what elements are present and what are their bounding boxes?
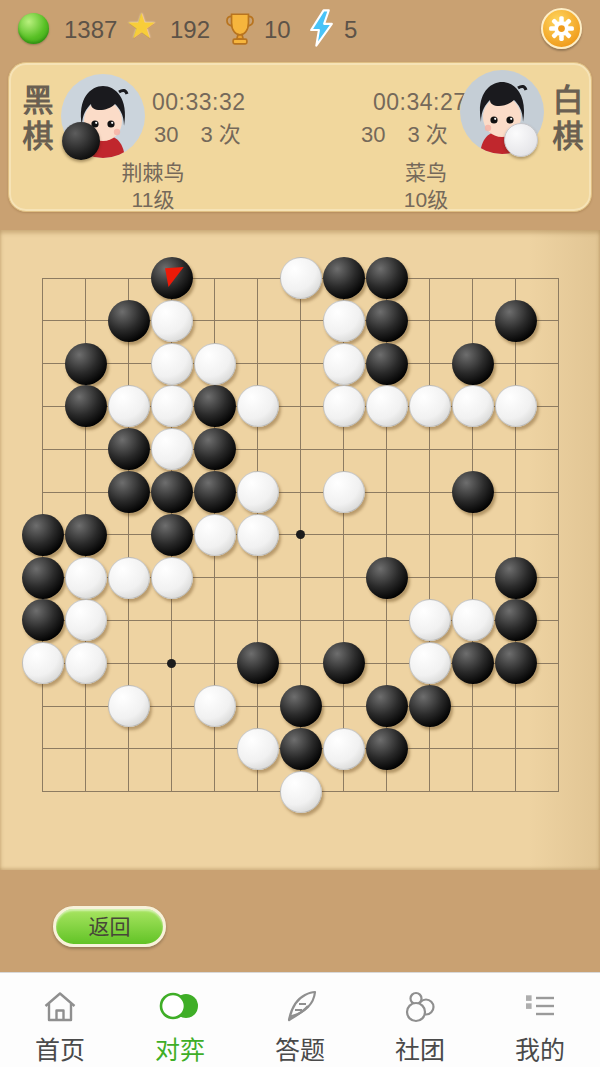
black-player-rank: 11级 bbox=[93, 183, 213, 213]
black-overtime: 303 次 bbox=[154, 116, 241, 148]
stone-white bbox=[151, 343, 193, 385]
nav-item-home[interactable]: 首页 bbox=[0, 973, 120, 1067]
stone-black bbox=[366, 300, 408, 342]
stone-black bbox=[151, 471, 193, 513]
stone-black bbox=[280, 728, 322, 770]
stone-black bbox=[22, 599, 64, 641]
stone-black bbox=[194, 471, 236, 513]
nav-item-quiz[interactable]: 答题 bbox=[240, 973, 360, 1067]
stone-white bbox=[409, 599, 451, 641]
back-button[interactable]: 返回 bbox=[53, 906, 166, 947]
bottom-nav: 首页 对弈 答题 bbox=[0, 972, 600, 1067]
quill-icon bbox=[280, 983, 320, 1029]
stone-white bbox=[108, 385, 150, 427]
white-stone-badge bbox=[504, 123, 538, 157]
stone-white bbox=[65, 557, 107, 599]
home-icon bbox=[40, 983, 80, 1029]
white-player-rank: 10级 bbox=[366, 183, 486, 213]
stone-black bbox=[366, 728, 408, 770]
black-player-name: 荆棘鸟 bbox=[93, 156, 213, 186]
nav-label-home: 首页 bbox=[35, 1030, 85, 1066]
white-side-label: 白棋 bbox=[551, 83, 585, 155]
stone-white bbox=[108, 557, 150, 599]
stone-black bbox=[65, 343, 107, 385]
stone-black bbox=[237, 642, 279, 684]
go-stones-icon bbox=[157, 983, 203, 1029]
stone-black bbox=[452, 343, 494, 385]
stone-white bbox=[151, 557, 193, 599]
black-timer: 00:33:32 bbox=[152, 89, 246, 116]
stone-white bbox=[323, 343, 365, 385]
stone-white bbox=[65, 642, 107, 684]
stone-white bbox=[280, 257, 322, 299]
stone-black bbox=[452, 471, 494, 513]
stone-black bbox=[366, 685, 408, 727]
stone-black bbox=[409, 685, 451, 727]
stone-black bbox=[194, 428, 236, 470]
players-panel: 黑棋 00:33:32 303 次 荆棘鸟 11级 00:34:27 303 次 bbox=[8, 62, 592, 212]
stone-white bbox=[22, 642, 64, 684]
stone-black bbox=[108, 471, 150, 513]
lightning-icon bbox=[308, 9, 335, 47]
stone-white bbox=[65, 599, 107, 641]
stone-white bbox=[151, 428, 193, 470]
stone-black bbox=[452, 642, 494, 684]
nav-label-mine: 我的 bbox=[515, 1030, 565, 1066]
stone-white bbox=[452, 385, 494, 427]
stone-black bbox=[22, 557, 64, 599]
nav-item-play[interactable]: 对弈 bbox=[120, 973, 240, 1067]
people-icon bbox=[400, 983, 440, 1029]
white-timer: 00:34:27 bbox=[373, 89, 467, 116]
white-overtime-seconds: 30 bbox=[361, 122, 385, 147]
white-overtime: 303 次 bbox=[361, 116, 448, 148]
stone-black bbox=[495, 599, 537, 641]
nav-label-quiz: 答题 bbox=[275, 1030, 325, 1066]
stone-black bbox=[495, 557, 537, 599]
go-board[interactable] bbox=[0, 230, 600, 870]
stone-white bbox=[151, 300, 193, 342]
stone-black bbox=[22, 514, 64, 556]
trophies-value: 10 bbox=[264, 16, 291, 44]
stone-white bbox=[409, 385, 451, 427]
list-icon bbox=[520, 983, 560, 1029]
black-overtime-periods: 3 次 bbox=[200, 122, 240, 147]
stone-black bbox=[366, 557, 408, 599]
stone-white bbox=[237, 514, 279, 556]
stone-white bbox=[194, 685, 236, 727]
nav-item-mine[interactable]: 我的 bbox=[480, 973, 600, 1067]
black-overtime-seconds: 30 bbox=[154, 122, 178, 147]
settings-button[interactable] bbox=[541, 8, 582, 49]
stone-white bbox=[323, 471, 365, 513]
stone-white bbox=[409, 642, 451, 684]
stone-white bbox=[323, 385, 365, 427]
stone-white bbox=[194, 343, 236, 385]
last-move-marker bbox=[165, 267, 184, 287]
stone-black bbox=[108, 428, 150, 470]
stone-black bbox=[366, 343, 408, 385]
stone-white bbox=[237, 728, 279, 770]
black-side-label: 黑棋 bbox=[21, 83, 55, 155]
stone-white bbox=[495, 385, 537, 427]
stone-white bbox=[237, 385, 279, 427]
nav-item-club[interactable]: 社团 bbox=[360, 973, 480, 1067]
stone-black bbox=[323, 257, 365, 299]
star-point bbox=[296, 530, 305, 539]
stone-white bbox=[323, 728, 365, 770]
nav-label-club: 社团 bbox=[395, 1030, 445, 1066]
stone-black bbox=[108, 300, 150, 342]
stone-black bbox=[495, 642, 537, 684]
stone-black bbox=[323, 642, 365, 684]
nav-label-play: 对弈 bbox=[155, 1030, 205, 1066]
energy-value: 5 bbox=[344, 16, 357, 44]
stone-white bbox=[108, 685, 150, 727]
black-stone-badge bbox=[62, 122, 100, 160]
stone-black bbox=[151, 514, 193, 556]
stars-value: 192 bbox=[170, 16, 210, 44]
star-point bbox=[167, 659, 176, 668]
stone-white bbox=[280, 771, 322, 813]
stone-white bbox=[323, 300, 365, 342]
points-value: 1387 bbox=[64, 16, 117, 44]
stone-white bbox=[151, 385, 193, 427]
stone-black bbox=[495, 300, 537, 342]
stone-white bbox=[366, 385, 408, 427]
stone-black bbox=[65, 385, 107, 427]
green-stone-icon bbox=[18, 13, 49, 44]
stone-black bbox=[65, 514, 107, 556]
stone-white bbox=[194, 514, 236, 556]
stone-black bbox=[194, 385, 236, 427]
stone-black bbox=[366, 257, 408, 299]
white-overtime-periods: 3 次 bbox=[407, 122, 447, 147]
stone-black bbox=[280, 685, 322, 727]
stone-white bbox=[237, 471, 279, 513]
star-icon: ★ bbox=[126, 6, 157, 46]
go-game-screen: 1387 ★ 192 10 5 bbox=[0, 0, 600, 1067]
status-bar: 1387 ★ 192 10 5 bbox=[0, 0, 600, 58]
stone-black bbox=[151, 257, 193, 299]
trophy-icon bbox=[222, 10, 258, 46]
white-player-name: 菜鸟 bbox=[366, 156, 486, 186]
gear-icon bbox=[548, 15, 575, 42]
stone-white bbox=[452, 599, 494, 641]
